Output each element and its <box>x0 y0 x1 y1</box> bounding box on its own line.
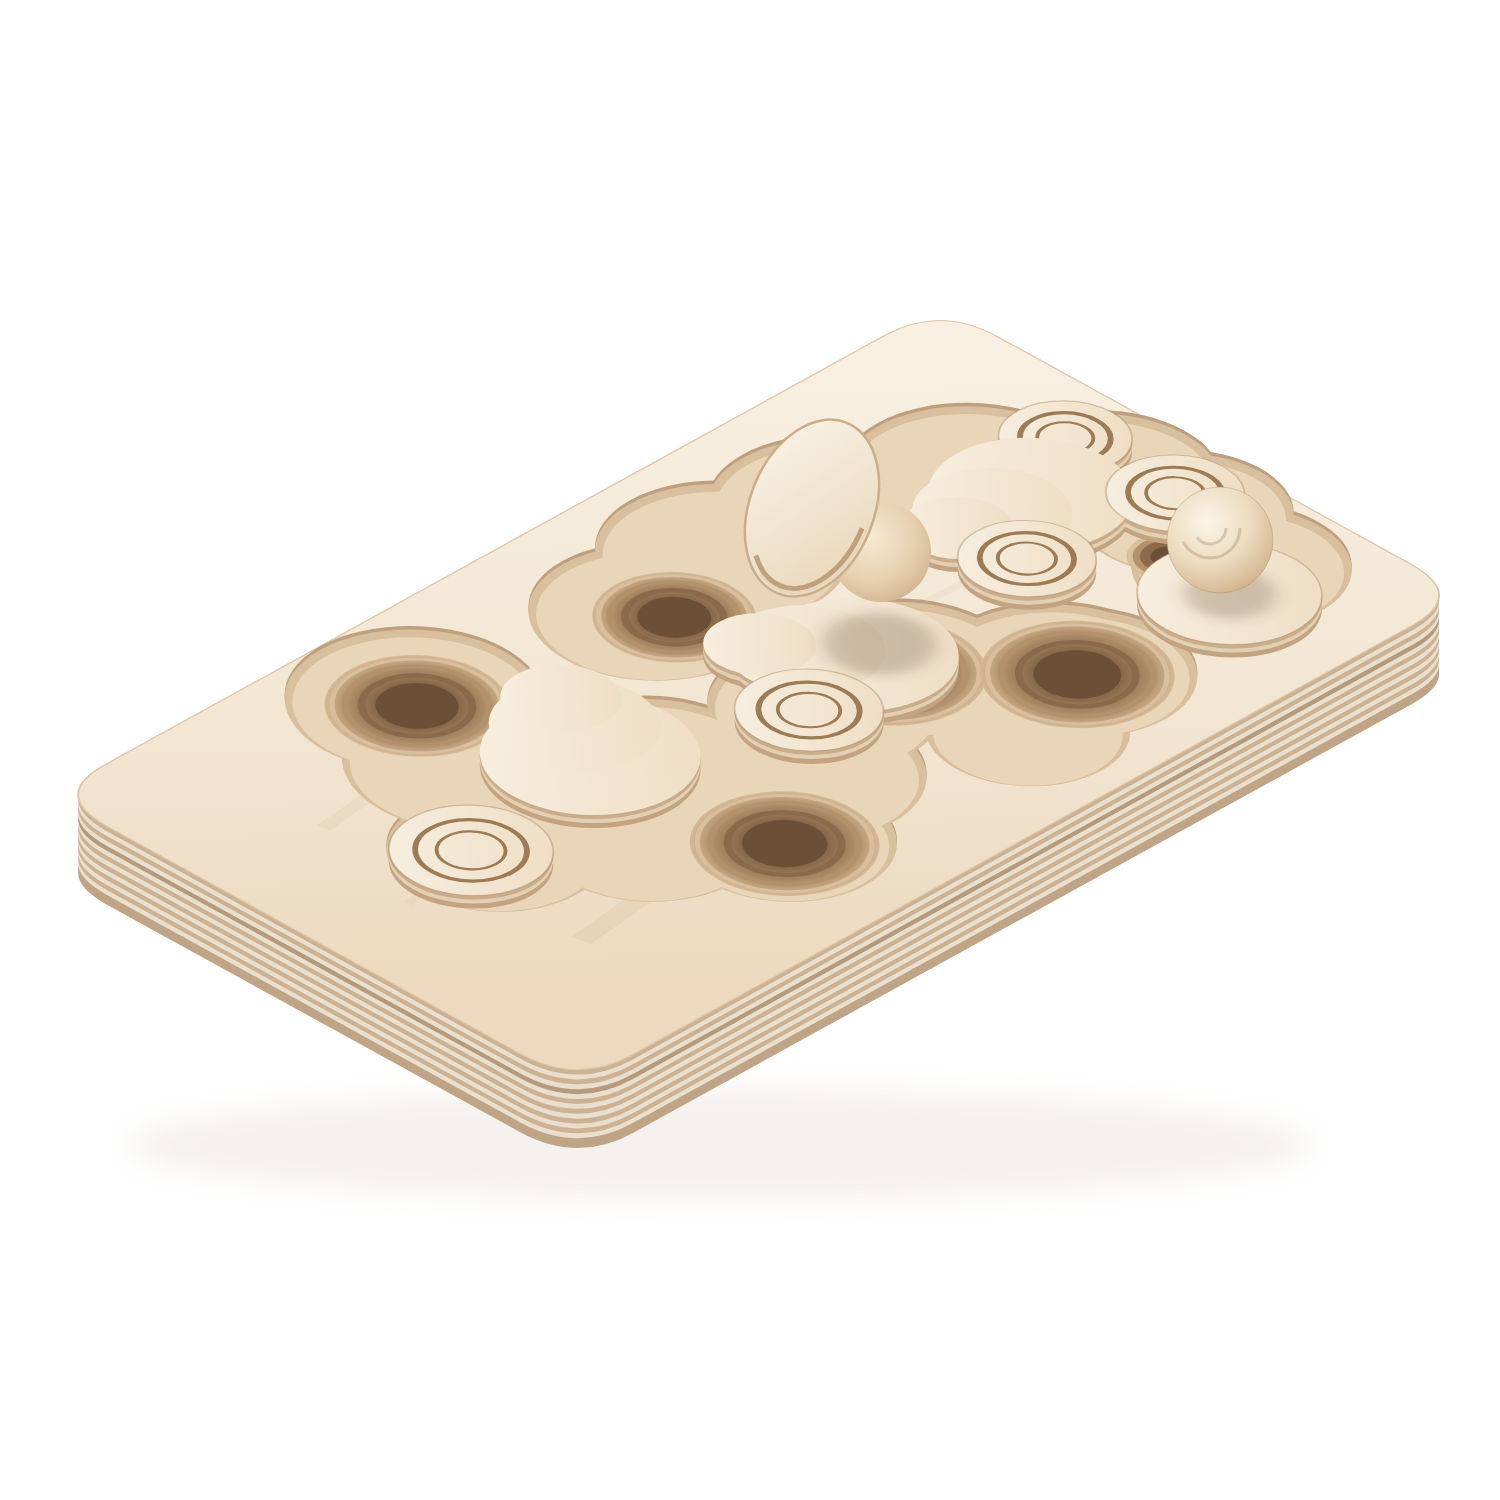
ground-shadow <box>130 1090 1310 1200</box>
knob-ball[interactable] <box>1167 487 1273 593</box>
puzzle-product-photo <box>0 0 1500 1500</box>
wooden-puzzle-board <box>0 0 1500 1500</box>
